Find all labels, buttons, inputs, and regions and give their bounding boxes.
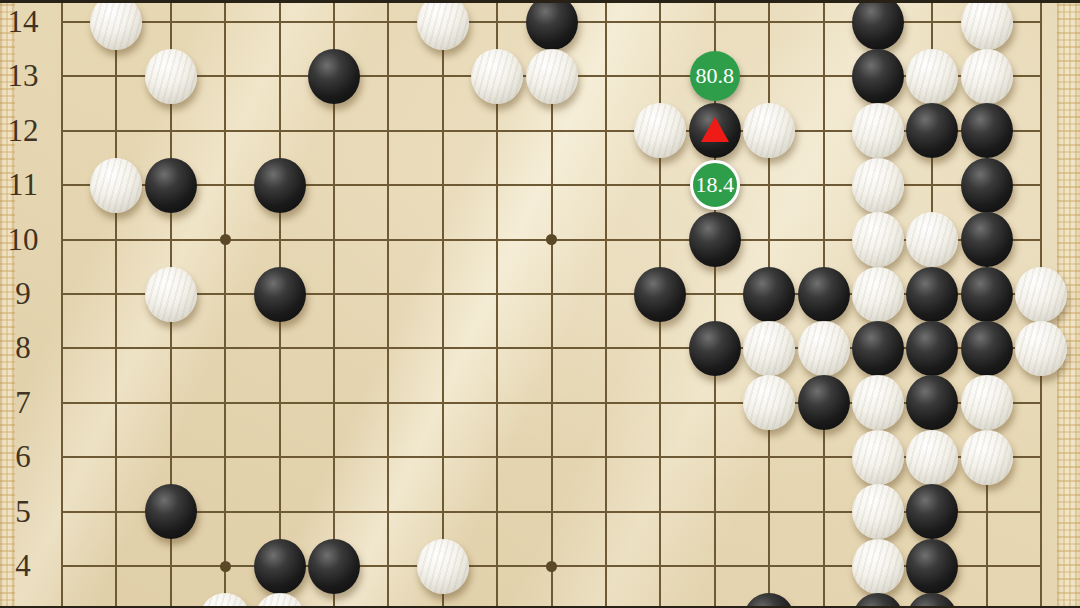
stone-black	[254, 539, 306, 594]
go-analysis-screenshot: 141312111098765480.818.4	[0, 0, 1080, 608]
grid-line-vertical	[605, 0, 607, 608]
stone-white	[961, 375, 1013, 430]
stone-white	[1015, 321, 1067, 376]
stone-black	[906, 375, 958, 430]
grid-line-vertical	[442, 0, 444, 608]
winrate-badge[interactable]: 80.8	[690, 51, 740, 101]
stone-black	[308, 539, 360, 594]
stone-black	[634, 267, 686, 322]
stone-black	[798, 267, 850, 322]
stone-black	[961, 158, 1013, 213]
stone-black	[906, 539, 958, 594]
stone-black	[526, 0, 578, 50]
stone-white	[906, 430, 958, 485]
winrate-badge[interactable]: 18.4	[690, 160, 740, 210]
grid-line-vertical	[224, 0, 226, 608]
stone-black	[906, 484, 958, 539]
stone-white	[906, 212, 958, 267]
grid-line-vertical	[387, 0, 389, 608]
stone-white	[961, 0, 1013, 50]
stone-white	[743, 103, 795, 158]
stone-white	[145, 267, 197, 322]
stone-black	[743, 267, 795, 322]
row-label: 13	[0, 56, 46, 96]
row-label: 9	[0, 274, 46, 314]
last-move-marker-triangle-icon	[701, 117, 729, 142]
stone-white	[1015, 267, 1067, 322]
stone-black	[145, 484, 197, 539]
row-label: 12	[0, 111, 46, 151]
stone-white	[852, 430, 904, 485]
stone-black	[852, 49, 904, 104]
stone-white	[634, 103, 686, 158]
stone-white	[852, 484, 904, 539]
screen-edge-top	[0, 0, 1080, 3]
stone-white	[961, 430, 1013, 485]
stone-black	[906, 267, 958, 322]
stone-white	[471, 49, 523, 104]
stone-black	[689, 321, 741, 376]
stone-white	[852, 212, 904, 267]
row-label: 8	[0, 328, 46, 368]
star-point	[220, 561, 231, 572]
stone-black	[906, 321, 958, 376]
stone-white	[743, 375, 795, 430]
stone-white	[852, 539, 904, 594]
stone-black	[852, 321, 904, 376]
row-label: 7	[0, 383, 46, 423]
stone-white	[90, 158, 142, 213]
row-label: 14	[0, 2, 46, 42]
stone-white	[417, 539, 469, 594]
stone-white	[961, 49, 1013, 104]
star-point	[546, 234, 557, 245]
stone-white	[906, 49, 958, 104]
stone-white	[743, 321, 795, 376]
stone-white	[798, 321, 850, 376]
stone-white	[852, 158, 904, 213]
stone-white	[526, 49, 578, 104]
stone-black	[308, 49, 360, 104]
star-point	[220, 234, 231, 245]
stone-black	[254, 267, 306, 322]
stone-black	[254, 158, 306, 213]
stone-white	[852, 103, 904, 158]
stone-black	[689, 212, 741, 267]
star-point	[546, 561, 557, 572]
stone-white	[90, 0, 142, 50]
stone-white	[417, 0, 469, 50]
stone-white	[145, 49, 197, 104]
row-label: 5	[0, 492, 46, 532]
stone-black	[961, 103, 1013, 158]
stone-white	[852, 375, 904, 430]
stone-black	[961, 321, 1013, 376]
grid-line-vertical	[115, 0, 117, 608]
grid-line-vertical	[61, 0, 63, 608]
stone-black	[852, 0, 904, 50]
row-label: 10	[0, 220, 46, 260]
row-label: 11	[0, 165, 46, 205]
stone-black	[961, 212, 1013, 267]
stone-black	[798, 375, 850, 430]
row-label: 4	[0, 546, 46, 586]
stone-black	[145, 158, 197, 213]
stone-black	[961, 267, 1013, 322]
stone-white	[852, 267, 904, 322]
stone-black	[906, 103, 958, 158]
row-label: 6	[0, 437, 46, 477]
